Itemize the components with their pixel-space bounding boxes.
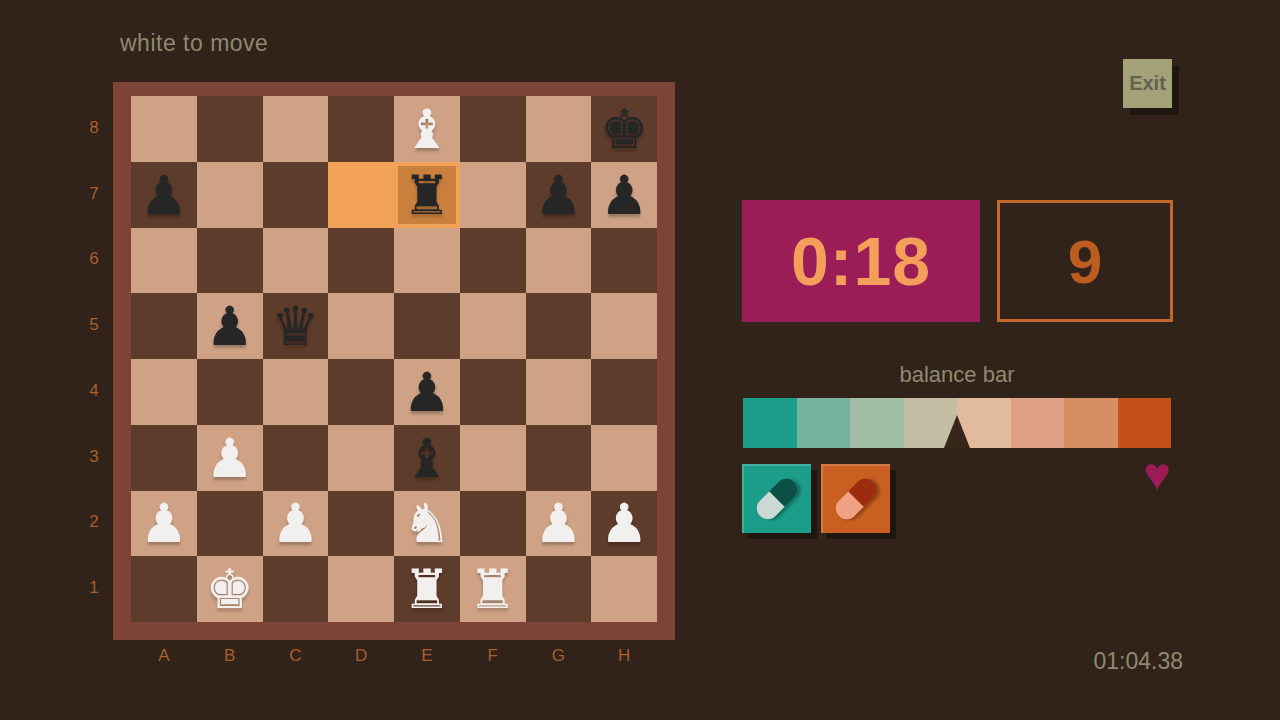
square-c4[interactable] xyxy=(263,359,329,425)
balance-pointer-icon xyxy=(944,415,970,448)
square-b1[interactable]: ♚ xyxy=(197,556,263,622)
pill-icon xyxy=(752,474,801,523)
square-g7[interactable]: ♟ xyxy=(526,162,592,228)
file-label-e: E xyxy=(416,646,438,666)
square-e5[interactable] xyxy=(394,293,460,359)
square-g8[interactable] xyxy=(526,96,592,162)
piece-black-queen: ♛ xyxy=(271,299,319,353)
square-e1[interactable]: ♜ xyxy=(394,556,460,622)
balance-segment-3 xyxy=(850,398,904,448)
square-c1[interactable] xyxy=(263,556,329,622)
square-f7[interactable] xyxy=(460,162,526,228)
rank-label-3: 3 xyxy=(83,447,105,467)
move-timer-value: 0:18 xyxy=(791,222,931,300)
exit-button[interactable]: Exit xyxy=(1123,59,1172,108)
piece-white-rook: ♜ xyxy=(468,562,516,616)
square-f6[interactable] xyxy=(460,228,526,294)
piece-black-bishop: ♝ xyxy=(403,431,451,485)
square-b7[interactable] xyxy=(197,162,263,228)
rank-label-1: 1 xyxy=(83,578,105,598)
piece-black-king: ♚ xyxy=(600,102,648,156)
rank-label-2: 2 xyxy=(83,512,105,532)
rank-label-7: 7 xyxy=(83,184,105,204)
square-c7[interactable] xyxy=(263,162,329,228)
square-d4[interactable] xyxy=(328,359,394,425)
square-g5[interactable] xyxy=(526,293,592,359)
square-b3[interactable]: ♟ xyxy=(197,425,263,491)
square-b4[interactable] xyxy=(197,359,263,425)
square-c8[interactable] xyxy=(263,96,329,162)
square-b5[interactable]: ♟ xyxy=(197,293,263,359)
rank-label-8: 8 xyxy=(83,118,105,138)
file-label-b: B xyxy=(219,646,241,666)
file-label-c: C xyxy=(284,646,306,666)
file-label-a: A xyxy=(153,646,175,666)
piece-white-king: ♚ xyxy=(205,562,253,616)
piece-white-pawn: ♟ xyxy=(271,496,319,550)
square-a5[interactable] xyxy=(131,293,197,359)
square-g4[interactable] xyxy=(526,359,592,425)
piece-black-pawn: ♟ xyxy=(140,168,188,222)
pill-icon xyxy=(831,474,880,523)
orange-pill-button[interactable] xyxy=(821,464,890,533)
heart-icon: ♥ xyxy=(1133,448,1181,500)
square-b8[interactable] xyxy=(197,96,263,162)
balance-bar-label: balance bar xyxy=(742,362,1172,388)
balance-segment-7 xyxy=(1064,398,1118,448)
square-e8[interactable]: ♝ xyxy=(394,96,460,162)
piece-black-pawn: ♟ xyxy=(534,168,582,222)
square-h4[interactable] xyxy=(591,359,657,425)
square-c5[interactable]: ♛ xyxy=(263,293,329,359)
square-d1[interactable] xyxy=(328,556,394,622)
teal-pill-button[interactable] xyxy=(742,464,811,533)
piece-black-rook: ♜ xyxy=(403,168,451,222)
square-h7[interactable]: ♟ xyxy=(591,162,657,228)
piece-white-pawn: ♟ xyxy=(140,496,188,550)
move-timer: 0:18 xyxy=(742,200,980,322)
balance-segment-1 xyxy=(743,398,797,448)
file-label-d: D xyxy=(350,646,372,666)
square-g1[interactable] xyxy=(526,556,592,622)
square-d5[interactable] xyxy=(328,293,394,359)
piece-black-pawn: ♟ xyxy=(403,365,451,419)
square-a4[interactable] xyxy=(131,359,197,425)
piece-white-pawn: ♟ xyxy=(534,496,582,550)
game-screen: white to move Exit ♝♚♟♜♟♟♟♛♟♟♝♟♟♞♟♟♚♜♜ 8… xyxy=(0,0,1280,720)
square-f3[interactable] xyxy=(460,425,526,491)
square-f2[interactable] xyxy=(460,491,526,557)
piece-white-pawn: ♟ xyxy=(600,496,648,550)
square-h8[interactable]: ♚ xyxy=(591,96,657,162)
board-grid: ♝♚♟♜♟♟♟♛♟♟♝♟♟♞♟♟♚♜♜ xyxy=(131,96,657,622)
piece-black-pawn: ♟ xyxy=(205,299,253,353)
move-counter-value: 9 xyxy=(1068,226,1102,297)
square-d6[interactable] xyxy=(328,228,394,294)
square-a1[interactable] xyxy=(131,556,197,622)
square-d8[interactable] xyxy=(328,96,394,162)
square-g3[interactable] xyxy=(526,425,592,491)
file-label-f: F xyxy=(482,646,504,666)
balance-segment-6 xyxy=(1011,398,1065,448)
piece-white-knight: ♞ xyxy=(403,496,451,550)
piece-white-rook: ♜ xyxy=(403,562,451,616)
square-a3[interactable] xyxy=(131,425,197,491)
square-f8[interactable] xyxy=(460,96,526,162)
chess-board: ♝♚♟♜♟♟♟♛♟♟♝♟♟♞♟♟♚♜♜ 87654321 ABCDEFGH xyxy=(113,82,675,640)
rank-label-4: 4 xyxy=(83,381,105,401)
square-h3[interactable] xyxy=(591,425,657,491)
square-e6[interactable] xyxy=(394,228,460,294)
square-c6[interactable] xyxy=(263,228,329,294)
square-h1[interactable] xyxy=(591,556,657,622)
turn-status: white to move xyxy=(120,30,268,57)
square-g6[interactable] xyxy=(526,228,592,294)
square-f5[interactable] xyxy=(460,293,526,359)
game-clock: 01:04.38 xyxy=(1093,648,1183,675)
square-b6[interactable] xyxy=(197,228,263,294)
square-e7[interactable]: ♜ xyxy=(394,162,460,228)
piece-white-bishop: ♝ xyxy=(403,102,451,156)
rank-label-5: 5 xyxy=(83,315,105,335)
square-d3[interactable] xyxy=(328,425,394,491)
file-label-h: H xyxy=(613,646,635,666)
square-f4[interactable] xyxy=(460,359,526,425)
piece-black-pawn: ♟ xyxy=(600,168,648,222)
square-a6[interactable] xyxy=(131,228,197,294)
square-a2[interactable]: ♟ xyxy=(131,491,197,557)
square-e2[interactable]: ♞ xyxy=(394,491,460,557)
square-c2[interactable]: ♟ xyxy=(263,491,329,557)
square-c3[interactable] xyxy=(263,425,329,491)
square-g2[interactable]: ♟ xyxy=(526,491,592,557)
balance-segment-2 xyxy=(797,398,851,448)
move-counter: 9 xyxy=(997,200,1173,322)
balance-bar xyxy=(743,398,1171,448)
square-d7[interactable] xyxy=(328,162,394,228)
square-b2[interactable] xyxy=(197,491,263,557)
square-e4[interactable]: ♟ xyxy=(394,359,460,425)
file-label-g: G xyxy=(547,646,569,666)
square-a8[interactable] xyxy=(131,96,197,162)
square-e3[interactable]: ♝ xyxy=(394,425,460,491)
square-f1[interactable]: ♜ xyxy=(460,556,526,622)
square-h6[interactable] xyxy=(591,228,657,294)
square-d2[interactable] xyxy=(328,491,394,557)
rank-label-6: 6 xyxy=(83,249,105,269)
balance-segment-8 xyxy=(1118,398,1172,448)
square-h2[interactable]: ♟ xyxy=(591,491,657,557)
square-a7[interactable]: ♟ xyxy=(131,162,197,228)
piece-white-pawn: ♟ xyxy=(205,431,253,485)
square-h5[interactable] xyxy=(591,293,657,359)
